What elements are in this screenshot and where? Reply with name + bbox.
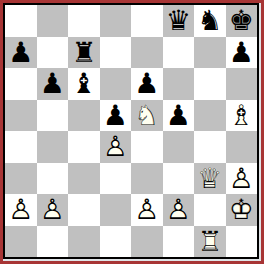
square-h2[interactable]: ♚♔ — [226, 194, 258, 226]
piece-black-king: ♚ — [226, 5, 258, 37]
square-b8[interactable] — [37, 5, 69, 37]
piece-black-pawn: ♟ — [226, 37, 258, 69]
piece-white-knight: ♞ — [131, 100, 163, 132]
square-f3[interactable] — [163, 163, 195, 195]
piece-white-pawn: ♟ — [131, 194, 163, 226]
square-c8[interactable] — [68, 5, 100, 37]
piece-white-bishop: ♝ — [226, 100, 258, 132]
square-d5[interactable]: ♟ — [100, 100, 132, 132]
square-a3[interactable] — [5, 163, 37, 195]
square-e5[interactable]: ♞♘ — [131, 100, 163, 132]
square-g5[interactable] — [194, 100, 226, 132]
square-f2[interactable]: ♟♙ — [163, 194, 195, 226]
piece-black-pawn: ♟ — [37, 68, 69, 100]
square-a7[interactable]: ♟ — [5, 37, 37, 69]
piece-white-pawn: ♟ — [226, 163, 258, 195]
square-f8[interactable]: ♛ — [163, 5, 195, 37]
square-c1[interactable] — [68, 226, 100, 258]
square-a4[interactable] — [5, 131, 37, 163]
piece-black-queen: ♛ — [163, 5, 195, 37]
square-b5[interactable] — [37, 100, 69, 132]
piece-black-bishop: ♝ — [68, 68, 100, 100]
square-g7[interactable] — [194, 37, 226, 69]
square-g4[interactable] — [194, 131, 226, 163]
piece-white-pawn-outline: ♙ — [131, 194, 163, 226]
piece-white-pawn-outline: ♙ — [226, 163, 258, 195]
square-e7[interactable] — [131, 37, 163, 69]
square-e8[interactable] — [131, 5, 163, 37]
square-f6[interactable] — [163, 68, 195, 100]
square-a1[interactable] — [5, 226, 37, 258]
square-e6[interactable]: ♟ — [131, 68, 163, 100]
piece-white-queen: ♛ — [194, 163, 226, 195]
piece-black-knight: ♞ — [194, 5, 226, 37]
piece-white-pawn: ♟ — [163, 194, 195, 226]
square-f4[interactable] — [163, 131, 195, 163]
square-e3[interactable] — [131, 163, 163, 195]
square-h3[interactable]: ♟♙ — [226, 163, 258, 195]
piece-black-pawn: ♟ — [5, 37, 37, 69]
piece-white-knight-outline: ♘ — [131, 100, 163, 132]
square-b2[interactable]: ♟♙ — [37, 194, 69, 226]
square-e1[interactable] — [131, 226, 163, 258]
square-f1[interactable] — [163, 226, 195, 258]
piece-white-rook: ♜ — [194, 226, 226, 258]
square-d2[interactable] — [100, 194, 132, 226]
board-frame: ♛♞♚♟♜♟♟♝♟♟♞♘♟♝♗♟♙♛♕♟♙♟♙♟♙♟♙♟♙♚♔♜♖ — [3, 3, 259, 259]
piece-white-king-outline: ♔ — [226, 194, 258, 226]
square-c2[interactable] — [68, 194, 100, 226]
square-g6[interactable] — [194, 68, 226, 100]
square-h4[interactable] — [226, 131, 258, 163]
piece-white-pawn: ♟ — [100, 131, 132, 163]
square-d1[interactable] — [100, 226, 132, 258]
piece-white-king: ♚ — [226, 194, 258, 226]
square-h5[interactable]: ♝♗ — [226, 100, 258, 132]
square-h8[interactable]: ♚ — [226, 5, 258, 37]
piece-white-pawn-outline: ♙ — [5, 194, 37, 226]
square-a8[interactable] — [5, 5, 37, 37]
piece-white-pawn-outline: ♙ — [100, 131, 132, 163]
square-b6[interactable]: ♟ — [37, 68, 69, 100]
square-f5[interactable]: ♟ — [163, 100, 195, 132]
piece-white-queen-outline: ♕ — [194, 163, 226, 195]
square-c5[interactable] — [68, 100, 100, 132]
piece-white-pawn-outline: ♙ — [37, 194, 69, 226]
square-g2[interactable] — [194, 194, 226, 226]
square-b1[interactable] — [37, 226, 69, 258]
chess-diagram: ♛♞♚♟♜♟♟♝♟♟♞♘♟♝♗♟♙♛♕♟♙♟♙♟♙♟♙♟♙♚♔♜♖ — [0, 0, 264, 264]
piece-black-pawn: ♟ — [163, 100, 195, 132]
piece-white-pawn: ♟ — [37, 194, 69, 226]
square-d8[interactable] — [100, 5, 132, 37]
piece-black-rook: ♜ — [68, 37, 100, 69]
square-b7[interactable] — [37, 37, 69, 69]
square-h7[interactable]: ♟ — [226, 37, 258, 69]
square-h6[interactable] — [226, 68, 258, 100]
square-a6[interactable] — [5, 68, 37, 100]
square-a2[interactable]: ♟♙ — [5, 194, 37, 226]
square-e4[interactable] — [131, 131, 163, 163]
square-c7[interactable]: ♜ — [68, 37, 100, 69]
square-c4[interactable] — [68, 131, 100, 163]
square-g1[interactable]: ♜♖ — [194, 226, 226, 258]
square-c6[interactable]: ♝ — [68, 68, 100, 100]
square-h1[interactable] — [226, 226, 258, 258]
square-b3[interactable] — [37, 163, 69, 195]
chess-board: ♛♞♚♟♜♟♟♝♟♟♞♘♟♝♗♟♙♛♕♟♙♟♙♟♙♟♙♟♙♚♔♜♖ — [5, 5, 257, 257]
square-d4[interactable]: ♟♙ — [100, 131, 132, 163]
square-d3[interactable] — [100, 163, 132, 195]
square-g3[interactable]: ♛♕ — [194, 163, 226, 195]
piece-white-bishop-outline: ♗ — [226, 100, 258, 132]
square-d6[interactable] — [100, 68, 132, 100]
square-d7[interactable] — [100, 37, 132, 69]
piece-black-pawn: ♟ — [100, 100, 132, 132]
piece-white-rook-outline: ♖ — [194, 226, 226, 258]
piece-black-pawn: ♟ — [131, 68, 163, 100]
square-a5[interactable] — [5, 100, 37, 132]
square-g8[interactable]: ♞ — [194, 5, 226, 37]
square-b4[interactable] — [37, 131, 69, 163]
piece-white-pawn: ♟ — [5, 194, 37, 226]
piece-white-pawn-outline: ♙ — [163, 194, 195, 226]
square-c3[interactable] — [68, 163, 100, 195]
square-f7[interactable] — [163, 37, 195, 69]
square-e2[interactable]: ♟♙ — [131, 194, 163, 226]
